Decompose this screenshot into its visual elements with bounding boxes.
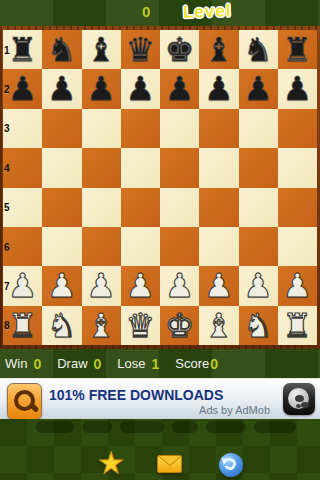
lose-label: Lose <box>117 356 145 371</box>
square-d3[interactable] <box>121 109 160 148</box>
magnifier-handle <box>29 402 40 413</box>
chess-board: 1♜♞♝♛♚♝♞♜2♟♟♟♟♟♟♟♟34567♟♟♟♟♟♟♟♟8♜♞♝♛♚♝♞♜ <box>0 26 320 349</box>
black-knight: ♞ <box>239 30 278 69</box>
square-c8[interactable]: ♝ <box>82 306 121 345</box>
square-d1[interactable]: ♛ <box>121 30 160 69</box>
black-bishop: ♝ <box>82 30 121 69</box>
square-h6[interactable] <box>278 227 317 266</box>
black-rook: ♜ <box>278 30 317 69</box>
chess-app-screen: { "game": "chess", "position": { "fen": … <box>0 0 320 480</box>
square-f2[interactable]: ♟ <box>199 69 238 108</box>
status-bar: Win 0 Draw 0 Lose 1 Score 0 <box>0 349 320 378</box>
black-pawn: ♟ <box>160 69 199 108</box>
square-b3[interactable] <box>42 109 81 148</box>
rank-label-6: 6 <box>4 241 10 252</box>
rank-label-5: 5 <box>4 202 10 213</box>
rank-label-7: 7 <box>4 280 10 291</box>
white-bishop: ♝ <box>199 306 238 345</box>
black-pawn: ♟ <box>42 69 81 108</box>
rank-label-2: 2 <box>4 84 10 95</box>
white-pawn: ♟ <box>121 266 160 305</box>
globe-icon <box>288 388 309 409</box>
black-pawn: ♟ <box>121 69 160 108</box>
square-g2[interactable]: ♟ <box>239 69 278 108</box>
square-g3[interactable] <box>239 109 278 148</box>
score-value: 0 <box>210 356 218 372</box>
square-h5[interactable] <box>278 188 317 227</box>
rank-label-3: 3 <box>4 123 10 134</box>
refresh-icon[interactable] <box>219 453 243 477</box>
square-f5[interactable] <box>199 188 238 227</box>
square-d6[interactable] <box>121 227 160 266</box>
counter-value: 0 <box>142 3 150 20</box>
square-e3[interactable] <box>160 109 199 148</box>
background-logo-text <box>206 421 246 433</box>
black-bishop: ♝ <box>199 30 238 69</box>
bottom-area: ★ <box>0 419 320 480</box>
board-grid: 1♜♞♝♛♚♝♞♜2♟♟♟♟♟♟♟♟34567♟♟♟♟♟♟♟♟8♜♞♝♛♚♝♞♜ <box>3 30 317 345</box>
ad-attribution: Ads by AdMob <box>199 404 270 416</box>
square-a6[interactable]: 6 <box>3 227 42 266</box>
background-logo-text <box>82 421 112 433</box>
white-pawn: ♟ <box>239 266 278 305</box>
black-king: ♚ <box>160 30 199 69</box>
square-a1[interactable]: 1♜ <box>3 30 42 69</box>
square-h4[interactable] <box>278 148 317 187</box>
square-c5[interactable] <box>82 188 121 227</box>
square-a3[interactable]: 3 <box>3 109 42 148</box>
square-g1[interactable]: ♞ <box>239 30 278 69</box>
square-h1[interactable]: ♜ <box>278 30 317 69</box>
square-b1[interactable]: ♞ <box>42 30 81 69</box>
draw-value: 0 <box>94 356 102 372</box>
square-b7[interactable]: ♟ <box>42 266 81 305</box>
white-bishop: ♝ <box>82 306 121 345</box>
square-b8[interactable]: ♞ <box>42 306 81 345</box>
win-label: Win <box>5 356 27 371</box>
black-pawn: ♟ <box>239 69 278 108</box>
ad-banner[interactable]: 101% FREE DOWNLOADS Ads by AdMob <box>0 378 320 419</box>
square-h2[interactable]: ♟ <box>278 69 317 108</box>
white-king: ♚ <box>160 306 199 345</box>
square-g5[interactable] <box>239 188 278 227</box>
square-f4[interactable] <box>199 148 238 187</box>
black-pawn: ♟ <box>278 69 317 108</box>
square-d2[interactable]: ♟ <box>121 69 160 108</box>
square-d7[interactable]: ♟ <box>121 266 160 305</box>
square-a4[interactable]: 4 <box>3 148 42 187</box>
square-c6[interactable] <box>82 227 121 266</box>
square-f6[interactable] <box>199 227 238 266</box>
square-e7[interactable]: ♟ <box>160 266 199 305</box>
level-label: Level <box>183 1 232 23</box>
mail-icon[interactable] <box>157 455 182 473</box>
square-e8[interactable]: ♚ <box>160 306 199 345</box>
square-h7[interactable]: ♟ <box>278 266 317 305</box>
draw-label: Draw <box>57 356 87 371</box>
square-g8[interactable]: ♞ <box>239 306 278 345</box>
globe-button[interactable] <box>283 383 315 415</box>
score-label: Score <box>175 356 209 371</box>
square-f7[interactable]: ♟ <box>199 266 238 305</box>
search-icon <box>7 383 42 420</box>
background-logo-text <box>172 421 198 433</box>
ad-title[interactable]: 101% FREE DOWNLOADS <box>49 387 223 403</box>
bottom-toolbar: ★ <box>0 452 320 480</box>
square-d4[interactable] <box>121 148 160 187</box>
white-rook: ♜ <box>278 306 317 345</box>
white-queen: ♛ <box>121 306 160 345</box>
square-d8[interactable]: ♛ <box>121 306 160 345</box>
background-logo-text <box>120 421 164 433</box>
black-pawn: ♟ <box>199 69 238 108</box>
square-f3[interactable] <box>199 109 238 148</box>
square-c3[interactable] <box>82 109 121 148</box>
lose-value: 1 <box>152 356 160 372</box>
white-pawn: ♟ <box>199 266 238 305</box>
square-b6[interactable] <box>42 227 81 266</box>
square-b2[interactable]: ♟ <box>42 69 81 108</box>
black-queen: ♛ <box>121 30 160 69</box>
win-value: 0 <box>33 356 41 372</box>
square-h3[interactable] <box>278 109 317 148</box>
black-knight: ♞ <box>42 30 81 69</box>
square-e1[interactable]: ♚ <box>160 30 199 69</box>
rank-label-1: 1 <box>4 44 10 55</box>
square-b4[interactable] <box>42 148 81 187</box>
black-pawn: ♟ <box>82 69 121 108</box>
square-h8[interactable]: ♜ <box>278 306 317 345</box>
square-g7[interactable]: ♟ <box>239 266 278 305</box>
white-pawn: ♟ <box>42 266 81 305</box>
square-f1[interactable]: ♝ <box>199 30 238 69</box>
square-d5[interactable] <box>121 188 160 227</box>
square-a7[interactable]: 7♟ <box>3 266 42 305</box>
square-e2[interactable]: ♟ <box>160 69 199 108</box>
star-icon[interactable]: ★ <box>96 448 126 478</box>
white-pawn: ♟ <box>160 266 199 305</box>
square-b5[interactable] <box>42 188 81 227</box>
rank-label-8: 8 <box>4 320 10 331</box>
square-c7[interactable]: ♟ <box>82 266 121 305</box>
square-e6[interactable] <box>160 227 199 266</box>
top-bar: 0 Level <box>0 0 320 26</box>
white-pawn: ♟ <box>278 266 317 305</box>
background-logo-text <box>254 421 296 433</box>
square-c4[interactable] <box>82 148 121 187</box>
square-e4[interactable] <box>160 148 199 187</box>
square-a5[interactable]: 5 <box>3 188 42 227</box>
square-c1[interactable]: ♝ <box>82 30 121 69</box>
square-c2[interactable]: ♟ <box>82 69 121 108</box>
square-g6[interactable] <box>239 227 278 266</box>
white-knight: ♞ <box>239 306 278 345</box>
white-pawn: ♟ <box>82 266 121 305</box>
background-logo-text <box>36 421 74 433</box>
square-e5[interactable] <box>160 188 199 227</box>
rank-label-4: 4 <box>4 162 10 173</box>
square-a2[interactable]: 2♟ <box>3 69 42 108</box>
square-a8[interactable]: 8♜ <box>3 306 42 345</box>
square-g4[interactable] <box>239 148 278 187</box>
square-f8[interactable]: ♝ <box>199 306 238 345</box>
white-knight: ♞ <box>42 306 81 345</box>
